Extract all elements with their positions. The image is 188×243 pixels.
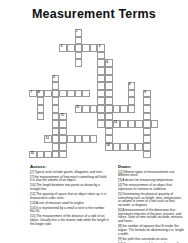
blank-cell bbox=[29, 120, 37, 128]
blank-cell bbox=[59, 97, 67, 105]
blank-cell bbox=[75, 97, 83, 105]
clue-number: 3 bbox=[99, 45, 101, 48]
blank-cell bbox=[59, 59, 67, 67]
blank-cell bbox=[67, 120, 75, 128]
clue-number: 12 bbox=[114, 121, 117, 124]
blank-cell bbox=[113, 151, 121, 159]
blank-cell bbox=[67, 29, 75, 37]
blank-cell bbox=[143, 67, 151, 75]
blank-cell bbox=[90, 143, 98, 151]
blank-cell bbox=[113, 37, 121, 45]
blank-cell bbox=[128, 75, 136, 83]
blank-cell bbox=[97, 135, 105, 143]
grid-cell[interactable]: 5 bbox=[52, 75, 60, 83]
blank-cell bbox=[75, 67, 83, 75]
blank-cell bbox=[120, 29, 128, 37]
blank-cell bbox=[90, 37, 98, 45]
grid-cell[interactable]: 8 bbox=[37, 90, 45, 98]
blank-cell bbox=[29, 105, 37, 113]
grid-cell[interactable]: 11 bbox=[59, 113, 67, 121]
blank-cell bbox=[37, 128, 45, 136]
blank-cell bbox=[135, 135, 143, 143]
blank-cell bbox=[44, 29, 52, 37]
blank-cell bbox=[59, 105, 67, 113]
blank-cell bbox=[75, 75, 83, 83]
blank-cell bbox=[29, 67, 37, 75]
blank-cell bbox=[128, 44, 136, 52]
grid-cell[interactable] bbox=[143, 113, 151, 121]
grid-cell[interactable] bbox=[67, 44, 75, 52]
blank-cell bbox=[90, 67, 98, 75]
blank-cell bbox=[44, 120, 52, 128]
blank-cell bbox=[135, 75, 143, 83]
blank-cell bbox=[44, 44, 52, 52]
grid-cell[interactable] bbox=[37, 151, 45, 159]
grid-cell[interactable]: 15 bbox=[29, 151, 37, 159]
across-clue-item: [15] The measurement of the distance of … bbox=[30, 215, 109, 226]
blank-cell bbox=[37, 82, 45, 90]
blank-cell bbox=[37, 44, 45, 52]
blank-cell bbox=[82, 97, 90, 105]
grid-cell[interactable] bbox=[97, 59, 105, 67]
clue-number: 14 bbox=[106, 144, 109, 147]
grid-cell[interactable] bbox=[120, 105, 128, 113]
grid-cell[interactable] bbox=[37, 97, 45, 105]
blank-cell bbox=[120, 97, 128, 105]
grid-cell[interactable] bbox=[97, 67, 105, 75]
grid-cell[interactable] bbox=[97, 82, 105, 90]
blank-cell bbox=[135, 67, 143, 75]
blank-cell bbox=[67, 151, 75, 159]
across-clue-item: [13] A unit of measure used for angles. bbox=[30, 202, 109, 206]
blank-cell bbox=[37, 120, 45, 128]
blank-cell bbox=[44, 59, 52, 67]
grid-cell[interactable] bbox=[90, 135, 98, 143]
grid-cell[interactable] bbox=[120, 143, 128, 151]
blank-cell bbox=[128, 37, 136, 45]
blank-cell bbox=[67, 97, 75, 105]
blank-cell bbox=[151, 143, 159, 151]
blank-cell bbox=[90, 82, 98, 90]
blank-cell bbox=[120, 90, 128, 98]
blank-cell bbox=[59, 75, 67, 83]
blank-cell bbox=[82, 113, 90, 121]
blank-cell bbox=[113, 135, 121, 143]
clue-number: 10 bbox=[76, 106, 79, 109]
blank-cell bbox=[113, 75, 121, 83]
grid-cell[interactable] bbox=[37, 113, 45, 121]
grid-cell[interactable] bbox=[143, 128, 151, 136]
blank-cell bbox=[67, 143, 75, 151]
blank-cell bbox=[151, 105, 159, 113]
blank-cell bbox=[128, 67, 136, 75]
blank-cell bbox=[143, 44, 151, 52]
grid-cell[interactable] bbox=[105, 135, 113, 143]
clue-number: 2 bbox=[61, 45, 63, 48]
blank-cell bbox=[135, 52, 143, 60]
blank-cell bbox=[120, 75, 128, 83]
grid-cell[interactable] bbox=[105, 120, 113, 128]
blank-cell bbox=[37, 37, 45, 45]
blank-cell bbox=[52, 67, 60, 75]
clue-number: 13 bbox=[46, 137, 49, 140]
blank-cell bbox=[29, 143, 37, 151]
blank-cell bbox=[82, 82, 90, 90]
blank-cell bbox=[37, 75, 45, 83]
grid-cell[interactable] bbox=[75, 52, 83, 60]
blank-cell bbox=[151, 128, 159, 136]
blank-cell bbox=[75, 113, 83, 121]
blank-cell bbox=[67, 75, 75, 83]
blank-cell bbox=[29, 97, 37, 105]
blank-cell bbox=[113, 59, 121, 67]
blank-cell bbox=[37, 143, 45, 151]
grid-cell[interactable] bbox=[120, 120, 128, 128]
grid-cell[interactable] bbox=[52, 135, 60, 143]
grid-cell[interactable] bbox=[97, 52, 105, 60]
blank-cell bbox=[105, 52, 113, 60]
grid-cell[interactable]: 4 bbox=[105, 59, 113, 67]
blank-cell bbox=[151, 151, 159, 159]
grid-cell[interactable] bbox=[52, 90, 60, 98]
blank-cell bbox=[82, 151, 90, 159]
grid-cell[interactable] bbox=[37, 105, 45, 113]
clue-number: 5 bbox=[53, 76, 55, 79]
grid-cell[interactable] bbox=[143, 135, 151, 143]
blank-cell bbox=[97, 29, 105, 37]
blank-cell bbox=[37, 59, 45, 67]
grid-cell[interactable] bbox=[59, 143, 67, 151]
blank-cell bbox=[113, 67, 121, 75]
blank-cell bbox=[90, 75, 98, 83]
grid-cell[interactable] bbox=[105, 90, 113, 98]
blank-cell bbox=[59, 37, 67, 45]
blank-cell bbox=[59, 67, 67, 75]
grid-cell[interactable] bbox=[128, 143, 136, 151]
grid-cell[interactable] bbox=[82, 135, 90, 143]
grid-cell[interactable] bbox=[52, 105, 60, 113]
blank-cell bbox=[120, 135, 128, 143]
blank-cell bbox=[44, 52, 52, 60]
blank-cell bbox=[151, 37, 159, 45]
blank-cell bbox=[75, 120, 83, 128]
puzzle-title: Measurement Terms bbox=[0, 7, 188, 21]
grid-cell[interactable] bbox=[128, 90, 136, 98]
blank-cell bbox=[113, 44, 121, 52]
blank-cell bbox=[151, 113, 159, 121]
grid-cell[interactable] bbox=[97, 97, 105, 105]
grid-cell[interactable] bbox=[105, 105, 113, 113]
blank-cell bbox=[120, 128, 128, 136]
grid-cell[interactable] bbox=[113, 105, 121, 113]
blank-cell bbox=[44, 113, 52, 121]
down-clues-column: Down: [1] Different types of measurement… bbox=[118, 164, 184, 243]
grid-cell[interactable] bbox=[143, 97, 151, 105]
blank-cell bbox=[143, 59, 151, 67]
blank-cell bbox=[82, 120, 90, 128]
grid-cell[interactable]: 10 bbox=[75, 105, 83, 113]
blank-cell bbox=[44, 105, 52, 113]
clue-number: 6 bbox=[129, 83, 131, 86]
grid-cell[interactable] bbox=[97, 90, 105, 98]
grid-cell[interactable] bbox=[135, 120, 143, 128]
grid-cell[interactable] bbox=[105, 97, 113, 105]
blank-cell bbox=[151, 82, 159, 90]
blank-cell bbox=[29, 37, 37, 45]
blank-cell bbox=[120, 113, 128, 121]
clue-number: 7 bbox=[30, 91, 32, 94]
blank-cell bbox=[29, 75, 37, 83]
grid-cell[interactable] bbox=[52, 143, 60, 151]
blank-cell bbox=[82, 143, 90, 151]
blank-cell bbox=[44, 67, 52, 75]
blank-cell bbox=[67, 59, 75, 67]
blank-cell bbox=[120, 59, 128, 67]
blank-cell bbox=[128, 128, 136, 136]
blank-cell bbox=[82, 67, 90, 75]
blank-cell bbox=[75, 151, 83, 159]
grid-cell[interactable] bbox=[143, 105, 151, 113]
across-clues-column: Across: [2] Typical units include grams,… bbox=[30, 164, 109, 243]
grid-cell[interactable] bbox=[105, 67, 113, 75]
grid-cell[interactable] bbox=[97, 113, 105, 121]
blank-cell bbox=[67, 37, 75, 45]
grid-cell[interactable]: 6 bbox=[128, 82, 136, 90]
grid-cell[interactable] bbox=[143, 143, 151, 151]
blank-cell bbox=[29, 128, 37, 136]
blank-cell bbox=[135, 128, 143, 136]
blank-cell bbox=[120, 52, 128, 60]
blank-cell bbox=[37, 67, 45, 75]
blank-cell bbox=[82, 75, 90, 83]
blank-cell bbox=[29, 59, 37, 67]
grid-cell[interactable] bbox=[75, 90, 83, 98]
blank-cell bbox=[120, 82, 128, 90]
blank-cell bbox=[44, 37, 52, 45]
grid-cell[interactable] bbox=[52, 113, 60, 121]
grid-cell[interactable]: 7 bbox=[29, 90, 37, 98]
blank-cell bbox=[44, 97, 52, 105]
grid-cell[interactable]: 12 bbox=[113, 120, 121, 128]
across-clue-item: [10] The length between two points as dr… bbox=[30, 184, 109, 191]
blank-cell bbox=[135, 105, 143, 113]
clue-number: 11 bbox=[61, 114, 64, 117]
blank-cell bbox=[67, 67, 75, 75]
grid-cell[interactable] bbox=[67, 135, 75, 143]
blank-cell bbox=[67, 105, 75, 113]
blank-cell bbox=[90, 29, 98, 37]
blank-cell bbox=[52, 52, 60, 60]
blank-cell bbox=[151, 52, 159, 60]
blank-cell bbox=[135, 29, 143, 37]
blank-cell bbox=[97, 151, 105, 159]
blank-cell bbox=[67, 128, 75, 136]
grid-cell[interactable] bbox=[97, 75, 105, 83]
grid-cell[interactable] bbox=[59, 128, 67, 136]
blank-cell bbox=[90, 151, 98, 159]
blank-cell bbox=[29, 82, 37, 90]
blank-cell bbox=[151, 75, 159, 83]
grid-cell[interactable] bbox=[135, 143, 143, 151]
blank-cell bbox=[120, 151, 128, 159]
blank-cell bbox=[29, 29, 37, 37]
blank-cell bbox=[143, 82, 151, 90]
grid-cell[interactable] bbox=[128, 105, 136, 113]
blank-cell bbox=[59, 29, 67, 37]
blank-cell bbox=[82, 29, 90, 37]
grid-cell[interactable] bbox=[59, 90, 67, 98]
blank-cell bbox=[75, 128, 83, 136]
grid-cell[interactable]: 3 bbox=[97, 44, 105, 52]
grid-cell[interactable]: 14 bbox=[105, 143, 113, 151]
blank-cell bbox=[113, 128, 121, 136]
grid-cell[interactable] bbox=[90, 44, 98, 52]
grid-cell[interactable] bbox=[90, 105, 98, 113]
across-clue-item: [14] It is represented by a small o next… bbox=[30, 207, 109, 214]
blank-cell bbox=[113, 113, 121, 121]
grid-cell[interactable] bbox=[143, 120, 151, 128]
grid-cell[interactable]: 2 bbox=[59, 44, 67, 52]
blank-cell bbox=[135, 90, 143, 98]
grid-cell[interactable] bbox=[97, 105, 105, 113]
blank-cell bbox=[135, 82, 143, 90]
blank-cell bbox=[90, 128, 98, 136]
blank-cell bbox=[82, 37, 90, 45]
blank-cell bbox=[143, 75, 151, 83]
grid-cell[interactable] bbox=[113, 143, 121, 151]
clue-section: Across: [2] Typical units include grams,… bbox=[30, 164, 184, 243]
blank-cell bbox=[97, 143, 105, 151]
grid-cell[interactable] bbox=[128, 97, 136, 105]
grid-cell[interactable] bbox=[97, 120, 105, 128]
blank-cell bbox=[135, 97, 143, 105]
blank-cell bbox=[44, 143, 52, 151]
grid-cell[interactable] bbox=[67, 90, 75, 98]
grid-cell[interactable] bbox=[82, 105, 90, 113]
down-clue-item: [9] the path that surrounds an area. bbox=[118, 238, 184, 242]
blank-cell bbox=[67, 82, 75, 90]
blank-cell bbox=[44, 82, 52, 90]
grid-cell[interactable] bbox=[128, 120, 136, 128]
blank-cell bbox=[75, 143, 83, 151]
blank-cell bbox=[105, 44, 113, 52]
blank-cell bbox=[105, 37, 113, 45]
grid-cell[interactable]: 1 bbox=[75, 29, 83, 37]
grid-cell[interactable] bbox=[44, 151, 52, 159]
grid-cell[interactable] bbox=[75, 44, 83, 52]
blank-cell bbox=[52, 37, 60, 45]
grid-cell[interactable] bbox=[44, 90, 52, 98]
grid-cell[interactable] bbox=[143, 151, 151, 159]
blank-cell bbox=[105, 29, 113, 37]
grid-cell[interactable] bbox=[75, 135, 83, 143]
across-clue-item: [12] The quantity of space that an objec… bbox=[30, 193, 109, 200]
blank-cell bbox=[151, 29, 159, 37]
grid-cell[interactable] bbox=[52, 82, 60, 90]
blank-cell bbox=[82, 52, 90, 60]
grid-cell[interactable] bbox=[59, 151, 67, 159]
blank-cell bbox=[128, 113, 136, 121]
grid-cell[interactable] bbox=[52, 128, 60, 136]
blank-cell bbox=[128, 135, 136, 143]
crossword-grid: 123456789101112131415 bbox=[29, 29, 158, 158]
blank-cell bbox=[151, 59, 159, 67]
grid-cell[interactable] bbox=[75, 59, 83, 67]
blank-cell bbox=[67, 52, 75, 60]
clue-number: 9 bbox=[144, 91, 146, 94]
grid-cell[interactable] bbox=[59, 120, 67, 128]
clue-number: 1 bbox=[76, 30, 78, 33]
grid-cell[interactable] bbox=[52, 97, 60, 105]
down-clue-item: [6] A measurement of the dimension that … bbox=[118, 209, 184, 224]
blank-cell bbox=[113, 52, 121, 60]
blank-cell bbox=[52, 59, 60, 67]
blank-cell bbox=[135, 37, 143, 45]
grid-cell[interactable] bbox=[82, 44, 90, 52]
blank-cell bbox=[82, 128, 90, 136]
blank-cell bbox=[90, 120, 98, 128]
down-clue-item: [8] the number of squares that fit insid… bbox=[118, 225, 184, 236]
across-clue-item: [7] the measurement of how much somethin… bbox=[30, 176, 109, 183]
blank-cell bbox=[128, 151, 136, 159]
grid-cell[interactable] bbox=[105, 82, 113, 90]
blank-cell bbox=[44, 75, 52, 83]
blank-cell bbox=[67, 113, 75, 121]
grid-cell[interactable] bbox=[82, 90, 90, 98]
grid-cell[interactable] bbox=[52, 151, 60, 159]
blank-cell bbox=[105, 151, 113, 159]
blank-cell bbox=[135, 59, 143, 67]
grid-cell[interactable] bbox=[59, 135, 67, 143]
grid-cell[interactable] bbox=[105, 113, 113, 121]
blank-cell bbox=[59, 52, 67, 60]
blank-cell bbox=[90, 113, 98, 121]
blank-cell bbox=[90, 90, 98, 98]
grid-cell[interactable] bbox=[151, 120, 159, 128]
blank-cell bbox=[90, 52, 98, 60]
blank-cell bbox=[75, 82, 83, 90]
blank-cell bbox=[90, 59, 98, 67]
down-header: Down: bbox=[118, 164, 184, 169]
blank-cell bbox=[143, 29, 151, 37]
grid-cell[interactable]: 9 bbox=[143, 90, 151, 98]
blank-cell bbox=[151, 135, 159, 143]
grid-cell[interactable] bbox=[105, 75, 113, 83]
blank-cell bbox=[128, 59, 136, 67]
grid-cell[interactable]: 13 bbox=[44, 135, 52, 143]
blank-cell bbox=[29, 135, 37, 143]
grid-cell[interactable] bbox=[75, 37, 83, 45]
grid-cell[interactable] bbox=[52, 120, 60, 128]
blank-cell bbox=[29, 52, 37, 60]
blank-cell bbox=[52, 44, 60, 52]
grid-cell[interactable] bbox=[105, 128, 113, 136]
blank-cell bbox=[128, 52, 136, 60]
blank-cell bbox=[120, 67, 128, 75]
clue-number: 15 bbox=[30, 152, 33, 155]
blank-cell bbox=[113, 29, 121, 37]
down-clue-list: [1] Different types of measurements use … bbox=[118, 171, 184, 243]
blank-cell bbox=[135, 113, 143, 121]
blank-cell bbox=[128, 29, 136, 37]
blank-cell bbox=[37, 135, 45, 143]
blank-cell bbox=[37, 29, 45, 37]
blank-cell bbox=[151, 67, 159, 75]
blank-cell bbox=[151, 97, 159, 105]
clue-number: 4 bbox=[106, 61, 108, 64]
blank-cell bbox=[151, 44, 159, 52]
clue-number: 8 bbox=[38, 91, 40, 94]
